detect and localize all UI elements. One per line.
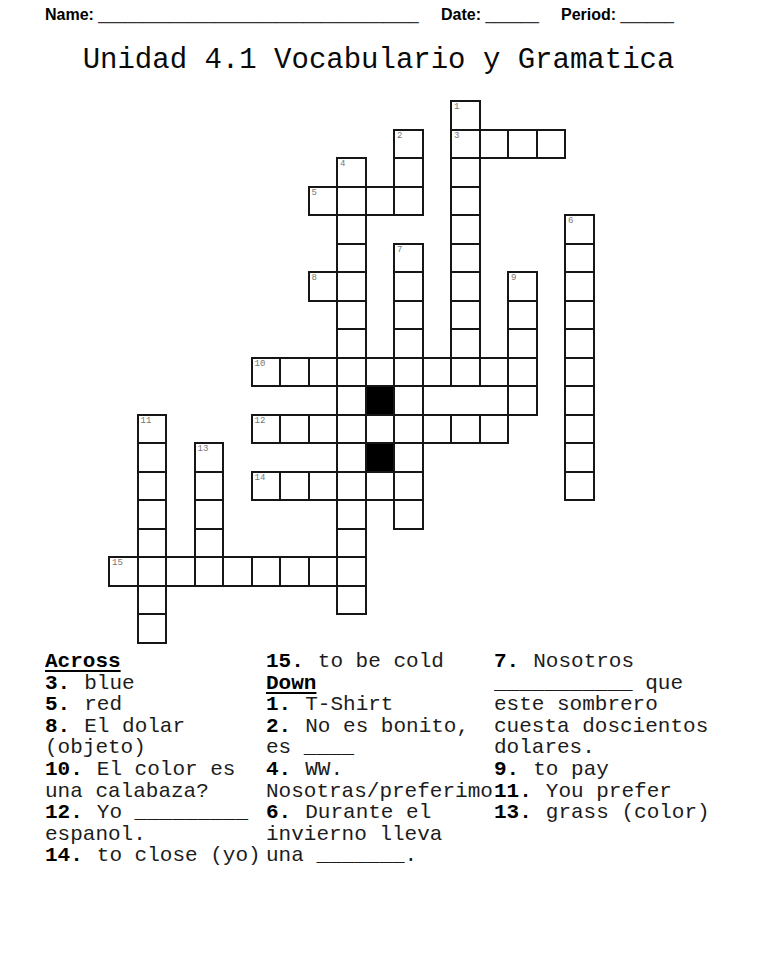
grid-cell-r6c16[interactable]: [564, 271, 595, 302]
grid-cell-r5c8[interactable]: [336, 243, 367, 274]
clue-down-7: 7.Nosotros: [494, 651, 734, 673]
grid-cell-r16c4[interactable]: [222, 556, 253, 587]
clue-column-middle: 15.to be coldDown1.T-Shirt2.No es bonito…: [266, 651, 492, 881]
grid-cell-r4c8[interactable]: [336, 214, 367, 245]
cell-number-9: 9: [511, 274, 516, 283]
grid-cell-r13c8[interactable]: [336, 471, 367, 502]
cell-number-11: 11: [141, 417, 152, 426]
grid-cell-r11c10[interactable]: [393, 414, 424, 445]
grid-cell-r2c10[interactable]: [393, 157, 424, 188]
clue-down-7-cont-1: ___________ que: [494, 673, 734, 695]
grid-cell-r7c14[interactable]: [507, 300, 538, 331]
grid-cell-r3c10[interactable]: [393, 186, 424, 217]
grid-cell-r13c10[interactable]: [393, 471, 424, 502]
black-cell-r12c9: [365, 442, 396, 473]
grid-cell-r15c3[interactable]: [194, 528, 225, 559]
clue-down-2: 2.No es bonito,: [266, 716, 492, 738]
grid-cell-r13c6[interactable]: [279, 471, 310, 502]
cell-number-15: 15: [112, 559, 123, 568]
grid-cell-r6c7[interactable]: 8: [308, 271, 339, 302]
grid-cell-r9c8[interactable]: [336, 357, 367, 388]
grid-cell-r3c8[interactable]: [336, 186, 367, 217]
grid-cell-r17c1[interactable]: [137, 585, 168, 616]
grid-cell-r11c8[interactable]: [336, 414, 367, 445]
grid-cell-r9c5[interactable]: 10: [251, 357, 282, 388]
grid-cell-r16c5[interactable]: [251, 556, 282, 587]
clue-number-15: 15.: [266, 651, 304, 673]
clue-down-6-cont-1: invierno lleva: [266, 824, 492, 846]
clue-down-9: 9.to pay: [494, 759, 734, 781]
clue-number-10: 10.: [45, 758, 83, 781]
grid-cell-r8c14[interactable]: [507, 328, 538, 359]
clue-across-5: 5.red: [45, 694, 266, 716]
clue-heading-down: Down: [266, 673, 492, 695]
grid-cell-r11c16[interactable]: [564, 414, 595, 445]
clue-column-left: Across3.blue5.red8.El dolar(objeto)10.El…: [45, 651, 266, 881]
grid-cell-r6c8[interactable]: [336, 271, 367, 302]
grid-cell-r16c8[interactable]: [336, 556, 367, 587]
grid-cell-r0c12[interactable]: 1: [450, 100, 481, 131]
grid-cell-r18c1[interactable]: [137, 613, 168, 644]
grid-cell-r16c2[interactable]: [165, 556, 196, 587]
clue-across-8: 8.El dolar: [45, 716, 266, 738]
clue-number-11: 11.: [494, 780, 532, 803]
clue-number-9: 9.: [494, 758, 519, 781]
grid-cell-r11c7[interactable]: [308, 414, 339, 445]
grid-cell-r11c11[interactable]: [422, 414, 453, 445]
clue-across-3: 3.blue: [45, 673, 266, 695]
clue-down-4: 4.WW.: [266, 759, 492, 781]
cell-number-7: 7: [397, 246, 402, 255]
clue-number-3: 3.: [45, 672, 70, 695]
clue-number-8: 8.: [45, 715, 70, 738]
grid-cell-r12c10[interactable]: [393, 442, 424, 473]
clue-across-14: 14.to close (yo): [45, 845, 266, 867]
grid-cell-r4c16[interactable]: 6: [564, 214, 595, 245]
clue-number-13: 13.: [494, 801, 532, 824]
clue-down-1: 1.T-Shirt: [266, 694, 492, 716]
grid-cell-r3c9[interactable]: [365, 186, 396, 217]
clue-across-10-cont-1: una calabaza?: [45, 781, 266, 803]
grid-cell-r8c12[interactable]: [450, 328, 481, 359]
grid-cell-r4c12[interactable]: [450, 214, 481, 245]
grid-cell-r3c12[interactable]: [450, 186, 481, 217]
clue-down-6: 6.Durante el: [266, 802, 492, 824]
clue-number-14: 14.: [45, 844, 83, 867]
grid-cell-r9c11[interactable]: [422, 357, 453, 388]
grid-cell-r11c12[interactable]: [450, 414, 481, 445]
grid-cell-r14c3[interactable]: [194, 499, 225, 530]
grid-cell-r1c14[interactable]: [507, 129, 538, 160]
clues-section: Across3.blue5.red8.El dolar(objeto)10.El…: [0, 651, 757, 980]
grid-cell-r5c16[interactable]: [564, 243, 595, 274]
grid-cell-r11c1[interactable]: 11: [137, 414, 168, 445]
grid-cell-r10c16[interactable]: [564, 385, 595, 416]
grid-cell-r6c14[interactable]: 9: [507, 271, 538, 302]
grid-cell-r14c1[interactable]: [137, 499, 168, 530]
crossword-worksheet-page: { "game": "crossword", "header": { "name…: [0, 0, 757, 980]
grid-cell-r1c12[interactable]: 3: [450, 129, 481, 160]
grid-cell-r9c9[interactable]: [365, 357, 396, 388]
grid-cell-r7c16[interactable]: [564, 300, 595, 331]
clue-heading-across: Across: [45, 651, 266, 673]
grid-cell-r9c10[interactable]: [393, 357, 424, 388]
cell-number-14: 14: [255, 474, 266, 483]
grid-cell-r13c5[interactable]: 14: [251, 471, 282, 502]
grid-cell-r13c7[interactable]: [308, 471, 339, 502]
grid-cell-r1c15[interactable]: [536, 129, 567, 160]
grid-cell-r16c6[interactable]: [279, 556, 310, 587]
clue-number-4: 4.: [266, 758, 291, 781]
grid-cell-r17c8[interactable]: [336, 585, 367, 616]
clue-across-15: 15.to be cold: [266, 651, 492, 673]
grid-cell-r11c9[interactable]: [365, 414, 396, 445]
grid-cell-r11c13[interactable]: [479, 414, 510, 445]
grid-cell-r14c8[interactable]: [336, 499, 367, 530]
clue-down-6-cont-2: una _______.: [266, 845, 492, 867]
grid-cell-r7c8[interactable]: [336, 300, 367, 331]
clue-down-7-cont-3: cuesta doscientos: [494, 716, 734, 738]
cell-number-8: 8: [312, 274, 317, 283]
grid-cell-r12c1[interactable]: [137, 442, 168, 473]
grid-cell-r12c8[interactable]: [336, 442, 367, 473]
clue-number-5: 5.: [45, 693, 70, 716]
grid-cell-r8c16[interactable]: [564, 328, 595, 359]
black-cell-r10c9: [365, 385, 396, 416]
clue-number-12: 12.: [45, 801, 83, 824]
grid-cell-r1c10[interactable]: 2: [393, 129, 424, 160]
grid-cell-r2c8[interactable]: 4: [336, 157, 367, 188]
grid-cell-r12c3[interactable]: 13: [194, 442, 225, 473]
clue-number-2: 2.: [266, 715, 291, 738]
grid-cell-r10c14[interactable]: [507, 385, 538, 416]
grid-cell-r9c16[interactable]: [564, 357, 595, 388]
grid-cell-r2c12[interactable]: [450, 157, 481, 188]
grid-cell-r13c3[interactable]: [194, 471, 225, 502]
grid-cell-r3c7[interactable]: 5: [308, 186, 339, 217]
cell-number-12: 12: [255, 417, 266, 426]
grid-cell-r10c8[interactable]: [336, 385, 367, 416]
grid-cell-r12c16[interactable]: [564, 442, 595, 473]
cell-number-3: 3: [454, 132, 459, 141]
grid-cell-r1c13[interactable]: [479, 129, 510, 160]
grid-cell-r16c0[interactable]: 15: [108, 556, 139, 587]
clue-number-1: 1.: [266, 693, 291, 716]
grid-cell-r8c10[interactable]: [393, 328, 424, 359]
cell-number-4: 4: [340, 160, 345, 169]
grid-cell-r9c6[interactable]: [279, 357, 310, 388]
grid-cell-r9c14[interactable]: [507, 357, 538, 388]
clue-across-10: 10.El color es: [45, 759, 266, 781]
clue-down-13: 13.grass (color): [494, 802, 734, 824]
clue-across-12-cont-1: espanol.: [45, 824, 266, 846]
crossword-grid: 123456789101112131415: [0, 0, 757, 660]
grid-cell-r16c3[interactable]: [194, 556, 225, 587]
clue-column-right: 7.Nosotros___________ queeste sombrerocu…: [494, 651, 734, 851]
cell-number-5: 5: [312, 189, 317, 198]
clue-number-6: 6.: [266, 801, 291, 824]
grid-cell-r6c10[interactable]: [393, 271, 424, 302]
grid-cell-r6c12[interactable]: [450, 271, 481, 302]
grid-cell-r15c8[interactable]: [336, 528, 367, 559]
grid-cell-r13c9[interactable]: [365, 471, 396, 502]
grid-cell-r7c10[interactable]: [393, 300, 424, 331]
cell-number-10: 10: [255, 360, 266, 369]
grid-cell-r5c10[interactable]: 7: [393, 243, 424, 274]
grid-cell-r9c13[interactable]: [479, 357, 510, 388]
grid-cell-r15c1[interactable]: [137, 528, 168, 559]
clue-down-7-cont-4: dolares.: [494, 737, 734, 759]
grid-cell-r14c10[interactable]: [393, 499, 424, 530]
clue-down-4-cont-1: Nosotras/preferimos: [266, 781, 492, 803]
cell-number-13: 13: [198, 445, 209, 454]
grid-cell-r11c5[interactable]: 12: [251, 414, 282, 445]
cell-number-6: 6: [568, 217, 573, 226]
grid-cell-r10c10[interactable]: [393, 385, 424, 416]
clue-down-7-cont-2: este sombrero: [494, 694, 734, 716]
clue-number-7: 7.: [494, 651, 519, 673]
grid-cell-r16c1[interactable]: [137, 556, 168, 587]
grid-cell-r11c6[interactable]: [279, 414, 310, 445]
grid-cell-r16c7[interactable]: [308, 556, 339, 587]
grid-cell-r13c16[interactable]: [564, 471, 595, 502]
clue-down-11: 11.You prefer: [494, 781, 734, 803]
grid-cell-r9c12[interactable]: [450, 357, 481, 388]
clue-across-8-cont-1: (objeto): [45, 737, 266, 759]
clue-across-12: 12.Yo _________: [45, 802, 266, 824]
grid-cell-r7c12[interactable]: [450, 300, 481, 331]
clue-down-2-cont-1: es ____: [266, 737, 492, 759]
grid-cell-r9c7[interactable]: [308, 357, 339, 388]
cell-number-2: 2: [397, 132, 402, 141]
grid-cell-r8c8[interactable]: [336, 328, 367, 359]
grid-cell-r13c1[interactable]: [137, 471, 168, 502]
grid-cell-r5c12[interactable]: [450, 243, 481, 274]
cell-number-1: 1: [454, 103, 459, 112]
